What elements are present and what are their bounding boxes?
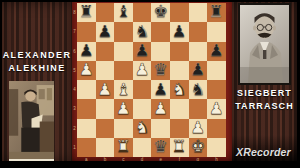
white-pawn: ♟ bbox=[135, 62, 150, 79]
left-player-name-line2: ALEKHINE bbox=[2, 62, 72, 75]
square-c1[interactable]: ♜ bbox=[114, 138, 133, 157]
square-d8[interactable] bbox=[133, 3, 152, 22]
square-b5[interactable] bbox=[96, 61, 115, 80]
left-player-panel: ALEXANDER ALEKHINE bbox=[2, 2, 72, 161]
square-b8[interactable] bbox=[96, 3, 115, 22]
chess-board: ♜♝♚♜♟♞♟♟♟♟♟♟♛♟♟♝♟♞♞♟♟♟♞♟♜♛♜♚ bbox=[77, 3, 226, 157]
square-g7[interactable] bbox=[189, 22, 208, 41]
square-d3[interactable] bbox=[133, 99, 152, 118]
square-g5[interactable]: ♟ bbox=[189, 61, 208, 80]
white-pawn: ♟ bbox=[153, 100, 168, 117]
square-c4[interactable]: ♝ bbox=[114, 80, 133, 99]
square-f2[interactable] bbox=[170, 119, 189, 138]
square-b2[interactable] bbox=[96, 119, 115, 138]
square-c6[interactable] bbox=[114, 42, 133, 61]
black-knight: ♞ bbox=[190, 81, 205, 98]
black-rook: ♜ bbox=[209, 4, 224, 21]
white-pawn: ♟ bbox=[116, 100, 131, 117]
xrecorder-watermark: XRecorder bbox=[236, 146, 291, 158]
black-queen: ♛ bbox=[153, 139, 168, 156]
square-h7[interactable] bbox=[207, 22, 226, 41]
square-d5[interactable]: ♟ bbox=[133, 61, 152, 80]
white-rook: ♜ bbox=[172, 139, 187, 156]
square-h8[interactable]: ♜ bbox=[207, 3, 226, 22]
black-bishop: ♝ bbox=[116, 4, 131, 21]
square-a3[interactable] bbox=[77, 99, 96, 118]
square-a6[interactable]: ♟ bbox=[77, 42, 96, 61]
square-b3[interactable] bbox=[96, 99, 115, 118]
tarrasch-photo bbox=[238, 3, 291, 85]
right-player-panel: SIEGBERT TARRASCH bbox=[232, 2, 297, 161]
video-thumbnail: ALEXANDER ALEKHINE bbox=[0, 0, 300, 168]
black-pawn: ♟ bbox=[190, 62, 205, 79]
square-h5[interactable] bbox=[207, 61, 226, 80]
white-rook: ♜ bbox=[116, 139, 131, 156]
square-g2[interactable]: ♟ bbox=[189, 119, 208, 138]
square-g8[interactable] bbox=[189, 3, 208, 22]
white-knight: ♞ bbox=[172, 81, 187, 98]
left-player-name: ALEXANDER ALEKHINE bbox=[2, 49, 72, 75]
square-e5[interactable]: ♛ bbox=[151, 61, 170, 80]
black-rook: ♜ bbox=[79, 4, 94, 21]
black-pawn: ♟ bbox=[79, 42, 94, 59]
left-letterbox-bar bbox=[0, 0, 2, 168]
white-knight: ♞ bbox=[135, 120, 150, 137]
black-knight: ♞ bbox=[135, 23, 150, 40]
square-c2[interactable] bbox=[114, 119, 133, 138]
square-e4[interactable]: ♟ bbox=[151, 80, 170, 99]
black-queen: ♛ bbox=[153, 62, 168, 79]
square-f6[interactable] bbox=[170, 42, 189, 61]
square-e1[interactable]: ♛ bbox=[151, 138, 170, 157]
black-pawn: ♟ bbox=[153, 81, 168, 98]
top-letterbox-bar bbox=[0, 0, 300, 2]
right-player-name-line1: SIEGBERT bbox=[232, 87, 297, 100]
square-d2[interactable]: ♞ bbox=[133, 119, 152, 138]
square-e8[interactable]: ♚ bbox=[151, 3, 170, 22]
chess-board-frame: 87654321 ♜♝♚♜♟♞♟♟♟♟♟♟♛♟♟♝♟♞♞♟♟♟♞♟♜♛♜♚ ab… bbox=[72, 0, 232, 162]
white-king: ♚ bbox=[190, 139, 205, 156]
square-h2[interactable] bbox=[207, 119, 226, 138]
square-c7[interactable] bbox=[114, 22, 133, 41]
square-e2[interactable] bbox=[151, 119, 170, 138]
square-f1[interactable]: ♜ bbox=[170, 138, 189, 157]
square-b1[interactable] bbox=[96, 138, 115, 157]
black-king: ♚ bbox=[153, 4, 168, 21]
square-c3[interactable]: ♟ bbox=[114, 99, 133, 118]
square-f5[interactable] bbox=[170, 61, 189, 80]
square-d7[interactable]: ♞ bbox=[133, 22, 152, 41]
square-f3[interactable] bbox=[170, 99, 189, 118]
right-player-name-line2: TARRASCH bbox=[232, 100, 297, 113]
square-h1[interactable] bbox=[207, 138, 226, 157]
black-pawn: ♟ bbox=[209, 42, 224, 59]
square-b7[interactable]: ♟ bbox=[96, 22, 115, 41]
square-d4[interactable] bbox=[133, 80, 152, 99]
square-g1[interactable]: ♚ bbox=[189, 138, 208, 157]
black-pawn: ♟ bbox=[97, 23, 112, 40]
square-e6[interactable] bbox=[151, 42, 170, 61]
square-a7[interactable] bbox=[77, 22, 96, 41]
square-f7[interactable]: ♟ bbox=[170, 22, 189, 41]
square-f8[interactable] bbox=[170, 3, 189, 22]
white-pawn: ♟ bbox=[97, 81, 112, 98]
square-h3[interactable]: ♟ bbox=[207, 99, 226, 118]
white-pawn: ♟ bbox=[209, 100, 224, 117]
square-a1[interactable] bbox=[77, 138, 96, 157]
black-pawn: ♟ bbox=[172, 23, 187, 40]
square-h6[interactable]: ♟ bbox=[207, 42, 226, 61]
square-g4[interactable]: ♞ bbox=[189, 80, 208, 99]
white-bishop: ♝ bbox=[116, 81, 131, 98]
square-a5[interactable]: ♟ bbox=[77, 61, 96, 80]
bottom-letterbox-bar bbox=[0, 161, 300, 168]
square-d1[interactable] bbox=[133, 138, 152, 157]
black-pawn: ♟ bbox=[135, 42, 150, 59]
square-d6[interactable]: ♟ bbox=[133, 42, 152, 61]
square-b4[interactable]: ♟ bbox=[96, 80, 115, 99]
square-e7[interactable] bbox=[151, 22, 170, 41]
square-a4[interactable] bbox=[77, 80, 96, 99]
square-c5[interactable] bbox=[114, 61, 133, 80]
square-h4[interactable] bbox=[207, 80, 226, 99]
white-pawn: ♟ bbox=[190, 120, 205, 137]
square-b6[interactable] bbox=[96, 42, 115, 61]
square-a8[interactable]: ♜ bbox=[77, 3, 96, 22]
square-f4[interactable]: ♞ bbox=[170, 80, 189, 99]
square-c8[interactable]: ♝ bbox=[114, 3, 133, 22]
right-player-name: SIEGBERT TARRASCH bbox=[232, 87, 297, 113]
right-letterbox-bar bbox=[297, 0, 300, 168]
square-a2[interactable] bbox=[77, 119, 96, 138]
square-g3[interactable] bbox=[189, 99, 208, 118]
alekhine-photo bbox=[9, 81, 54, 161]
left-player-name-line1: ALEXANDER bbox=[2, 49, 72, 62]
square-e3[interactable]: ♟ bbox=[151, 99, 170, 118]
white-pawn: ♟ bbox=[79, 62, 94, 79]
square-g6[interactable] bbox=[189, 42, 208, 61]
